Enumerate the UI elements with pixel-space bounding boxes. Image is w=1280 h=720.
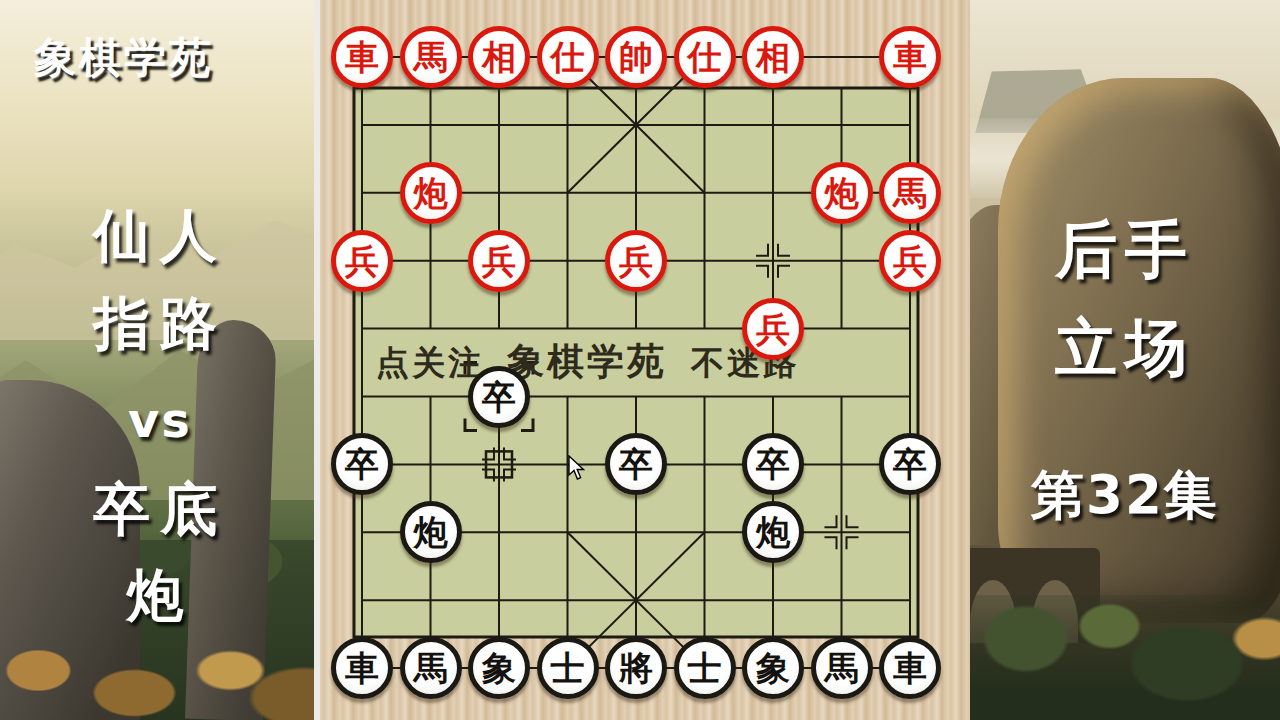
xiangqi-piece-red[interactable]: 兵 xyxy=(742,298,804,360)
xiangqi-piece-black[interactable]: 士 xyxy=(674,637,736,699)
river-text-left: 点关注 xyxy=(376,341,484,386)
right-title-line-1: 后手 xyxy=(970,208,1280,292)
xiangqi-piece-black[interactable]: 馬 xyxy=(811,637,873,699)
xiangqi-piece-red[interactable]: 相 xyxy=(468,26,530,88)
board-panel: 点关注 象棋学苑 不迷路 車馬相仕帥仕相車炮炮馬兵兵兵兵兵卒卒卒卒卒炮炮車馬象士… xyxy=(314,0,976,720)
video-frame: { "game": "xiangqi", "video_overlay": { … xyxy=(0,0,1280,720)
right-photo-panel: 后手 立场 第32集 xyxy=(970,0,1280,720)
xiangqi-piece-red[interactable]: 帥 xyxy=(605,26,667,88)
xiangqi-piece-black[interactable]: 將 xyxy=(605,637,667,699)
left-photo-panel: 象棋学苑 仙人 指路 vs 卒底 炮 xyxy=(0,0,320,720)
xiangqi-board[interactable]: 点关注 象棋学苑 不迷路 車馬相仕帥仕相車炮炮馬兵兵兵兵兵卒卒卒卒卒炮炮車馬象士… xyxy=(320,0,970,720)
xiangqi-piece-red[interactable]: 兵 xyxy=(879,230,941,292)
xiangqi-piece-red[interactable]: 車 xyxy=(331,26,393,88)
right-trees xyxy=(970,595,1280,720)
left-title-line-3: vs xyxy=(0,392,320,448)
xiangqi-piece-black[interactable]: 卒 xyxy=(742,433,804,495)
xiangqi-piece-red[interactable]: 仕 xyxy=(674,26,736,88)
xiangqi-piece-black[interactable]: 卒 xyxy=(879,433,941,495)
channel-watermark: 象棋学苑 xyxy=(34,30,214,86)
xiangqi-piece-red[interactable]: 兵 xyxy=(331,230,393,292)
mouse-cursor xyxy=(568,455,586,481)
left-title-line-1: 仙人 xyxy=(0,198,320,275)
left-golden-bushes xyxy=(0,630,320,720)
xiangqi-piece-red[interactable]: 馬 xyxy=(400,26,462,88)
xiangqi-piece-black[interactable]: 馬 xyxy=(400,637,462,699)
xiangqi-piece-red[interactable]: 馬 xyxy=(879,162,941,224)
xiangqi-piece-red[interactable]: 兵 xyxy=(605,230,667,292)
xiangqi-piece-black[interactable]: 士 xyxy=(537,637,599,699)
xiangqi-piece-black[interactable]: 車 xyxy=(879,637,941,699)
xiangqi-piece-black[interactable]: 炮 xyxy=(742,501,804,563)
left-title-line-2: 指路 xyxy=(0,286,320,363)
xiangqi-piece-black[interactable]: 象 xyxy=(742,637,804,699)
left-title-line-4: 卒底 xyxy=(0,472,320,549)
xiangqi-piece-black[interactable]: 卒 xyxy=(468,366,530,428)
xiangqi-piece-red[interactable]: 炮 xyxy=(400,162,462,224)
xiangqi-piece-red[interactable]: 炮 xyxy=(811,162,873,224)
xiangqi-piece-black[interactable]: 象 xyxy=(468,637,530,699)
river-text-center: 象棋学苑 xyxy=(507,337,667,387)
xiangqi-piece-red[interactable]: 兵 xyxy=(468,230,530,292)
xiangqi-piece-black[interactable]: 卒 xyxy=(331,433,393,495)
xiangqi-piece-red[interactable]: 仕 xyxy=(537,26,599,88)
xiangqi-piece-red[interactable]: 相 xyxy=(742,26,804,88)
xiangqi-piece-red[interactable]: 車 xyxy=(879,26,941,88)
xiangqi-piece-black[interactable]: 卒 xyxy=(605,433,667,495)
xiangqi-piece-black[interactable]: 炮 xyxy=(400,501,462,563)
left-title-line-5: 炮 xyxy=(0,558,320,635)
right-title-line-2: 立场 xyxy=(970,306,1280,390)
xiangqi-piece-black[interactable]: 車 xyxy=(331,637,393,699)
episode-number: 第32集 xyxy=(970,460,1280,532)
